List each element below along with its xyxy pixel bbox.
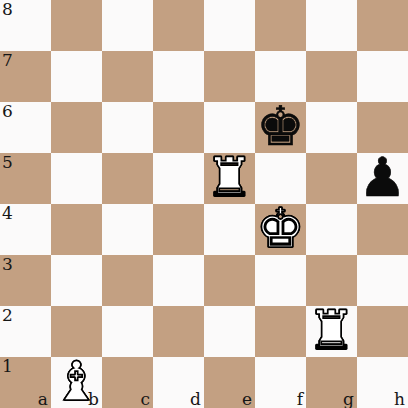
white-rook-e5: ♜ (205, 151, 253, 205)
square-h1[interactable]: h (357, 357, 408, 408)
black-pawn-h5: ♟ (358, 151, 406, 205)
square-h8[interactable] (357, 0, 408, 51)
rank-label-1: 1 (2, 357, 13, 376)
square-e5[interactable]: ♜ (204, 153, 255, 204)
square-g8[interactable] (306, 0, 357, 51)
square-a1[interactable]: 1a (0, 357, 51, 408)
square-f3[interactable] (255, 255, 306, 306)
rank-label-3: 3 (2, 255, 13, 274)
square-f1[interactable]: f (255, 357, 306, 408)
square-f8[interactable] (255, 0, 306, 51)
square-f6[interactable]: ♚ (255, 102, 306, 153)
square-c3[interactable] (102, 255, 153, 306)
square-c2[interactable] (102, 306, 153, 357)
square-e4[interactable] (204, 204, 255, 255)
square-c4[interactable] (102, 204, 153, 255)
rank-label-5: 5 (2, 153, 13, 172)
square-b3[interactable] (51, 255, 102, 306)
white-bishop-b1: ♝ (52, 355, 100, 408)
square-b7[interactable] (51, 51, 102, 102)
chess-board: 876♚5♜♟4♚32♜1ab♝cdefgh (0, 0, 408, 408)
square-b5[interactable] (51, 153, 102, 204)
square-a5[interactable]: 5 (0, 153, 51, 204)
square-d6[interactable] (153, 102, 204, 153)
square-g7[interactable] (306, 51, 357, 102)
rank-label-7: 7 (2, 51, 13, 70)
square-a8[interactable]: 8 (0, 0, 51, 51)
square-f4[interactable]: ♚ (255, 204, 306, 255)
square-d5[interactable] (153, 153, 204, 204)
rank-label-6: 6 (2, 102, 13, 121)
square-a7[interactable]: 7 (0, 51, 51, 102)
square-e2[interactable] (204, 306, 255, 357)
white-king-f4: ♚ (256, 202, 304, 256)
file-label-e: e (242, 391, 252, 408)
file-label-d: d (190, 391, 201, 408)
square-g6[interactable] (306, 102, 357, 153)
square-h7[interactable] (357, 51, 408, 102)
square-c7[interactable] (102, 51, 153, 102)
square-e3[interactable] (204, 255, 255, 306)
square-h5[interactable]: ♟ (357, 153, 408, 204)
square-h2[interactable] (357, 306, 408, 357)
square-h4[interactable] (357, 204, 408, 255)
square-d7[interactable] (153, 51, 204, 102)
file-label-g: g (343, 391, 354, 408)
file-label-h: h (394, 391, 405, 408)
square-b6[interactable] (51, 102, 102, 153)
file-label-a: a (38, 391, 48, 408)
square-b8[interactable] (51, 0, 102, 51)
square-c5[interactable] (102, 153, 153, 204)
square-c6[interactable] (102, 102, 153, 153)
square-e7[interactable] (204, 51, 255, 102)
square-c8[interactable] (102, 0, 153, 51)
square-c1[interactable]: c (102, 357, 153, 408)
file-label-c: c (140, 391, 150, 408)
rank-label-4: 4 (2, 204, 13, 223)
square-a2[interactable]: 2 (0, 306, 51, 357)
square-a3[interactable]: 3 (0, 255, 51, 306)
square-b4[interactable] (51, 204, 102, 255)
file-label-f: f (297, 391, 303, 408)
rank-label-2: 2 (2, 306, 13, 325)
square-g5[interactable] (306, 153, 357, 204)
square-a6[interactable]: 6 (0, 102, 51, 153)
square-g2[interactable]: ♜ (306, 306, 357, 357)
square-h3[interactable] (357, 255, 408, 306)
square-d4[interactable] (153, 204, 204, 255)
black-king-f6: ♚ (256, 100, 304, 154)
rank-label-8: 8 (2, 0, 13, 19)
square-d3[interactable] (153, 255, 204, 306)
square-e1[interactable]: e (204, 357, 255, 408)
square-g4[interactable] (306, 204, 357, 255)
square-d1[interactable]: d (153, 357, 204, 408)
square-e8[interactable] (204, 0, 255, 51)
square-d2[interactable] (153, 306, 204, 357)
square-b1[interactable]: b♝ (51, 357, 102, 408)
square-g1[interactable]: g (306, 357, 357, 408)
square-f2[interactable] (255, 306, 306, 357)
square-a4[interactable]: 4 (0, 204, 51, 255)
square-d8[interactable] (153, 0, 204, 51)
white-rook-g2: ♜ (307, 304, 355, 358)
